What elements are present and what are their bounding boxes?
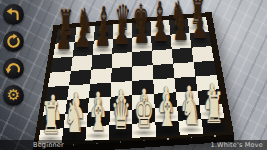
square-b3[interactable] [65, 98, 89, 114]
back-button[interactable] [3, 4, 24, 25]
square-f4[interactable] [153, 78, 176, 94]
chess-app-screen: ♜♞♝♛♚♝♞♜♟♟♟♟♟♟♟♟♟♟♟♟♟♟♟♟♜♞♝♛♚♝♞♜ ⚙ Begin… [0, 0, 267, 150]
square-h4[interactable] [196, 75, 220, 91]
square-g2[interactable] [177, 105, 201, 121]
settings-button[interactable]: ⚙ [3, 85, 24, 106]
square-g3[interactable] [176, 91, 200, 107]
chess-board-3d [0, 0, 267, 150]
square-d2[interactable] [109, 110, 132, 126]
square-a6[interactable] [50, 57, 72, 73]
return-arrow-icon [3, 4, 24, 25]
square-e8[interactable] [132, 22, 151, 38]
square-d5[interactable] [111, 67, 132, 83]
difficulty-label: Beginner [33, 141, 64, 149]
square-g1[interactable] [178, 119, 203, 135]
square-a4[interactable] [45, 86, 69, 102]
rim-reflection-dot [191, 137, 193, 139]
square-c8[interactable] [94, 25, 114, 41]
status-bar: Beginner 1.White's Move [0, 140, 267, 150]
square-h1[interactable] [201, 118, 227, 134]
square-a2[interactable] [41, 114, 66, 130]
square-f5[interactable] [153, 64, 175, 80]
square-g8[interactable] [169, 19, 190, 35]
square-f8[interactable] [151, 20, 171, 36]
square-c7[interactable] [93, 39, 113, 55]
square-a5[interactable] [48, 71, 71, 87]
square-e4[interactable] [132, 80, 154, 96]
square-b8[interactable] [75, 26, 95, 42]
square-b5[interactable] [69, 70, 91, 86]
undo-arrow-icon [3, 58, 24, 79]
square-h6[interactable] [192, 46, 215, 62]
square-f1[interactable] [155, 121, 179, 137]
square-g4[interactable] [174, 77, 197, 93]
square-b6[interactable] [71, 55, 93, 71]
square-f6[interactable] [152, 49, 173, 65]
square-e1[interactable] [132, 122, 156, 138]
square-c4[interactable] [89, 83, 111, 99]
square-h3[interactable] [198, 89, 222, 105]
square-c2[interactable] [87, 111, 111, 127]
square-f2[interactable] [155, 107, 179, 123]
square-h7[interactable] [190, 32, 212, 48]
square-e7[interactable] [132, 36, 152, 52]
square-a3[interactable] [43, 100, 67, 116]
square-a8[interactable] [56, 28, 77, 44]
square-c5[interactable] [90, 68, 112, 84]
square-f7[interactable] [151, 35, 172, 51]
gear-icon: ⚙ [7, 85, 20, 106]
square-g6[interactable] [172, 48, 194, 64]
square-h8[interactable] [188, 17, 209, 33]
square-d8[interactable] [113, 23, 132, 39]
rim-reflection-dot [214, 135, 216, 137]
square-d1[interactable] [109, 124, 133, 140]
square-e3[interactable] [132, 94, 154, 110]
undo-button[interactable] [3, 58, 24, 79]
square-d6[interactable] [112, 52, 133, 68]
square-d7[interactable] [112, 38, 132, 54]
square-d4[interactable] [111, 81, 133, 97]
square-b4[interactable] [67, 84, 90, 100]
square-c6[interactable] [91, 54, 112, 70]
square-d3[interactable] [110, 95, 132, 111]
square-f3[interactable] [154, 92, 177, 108]
square-b7[interactable] [73, 41, 94, 57]
square-e5[interactable] [132, 65, 153, 81]
square-g5[interactable] [173, 62, 195, 78]
square-h5[interactable] [194, 61, 217, 77]
new-game-button[interactable] [3, 31, 24, 52]
square-e6[interactable] [132, 51, 153, 67]
rotate-arrow-icon [3, 31, 24, 52]
square-c3[interactable] [88, 97, 111, 113]
square-h2[interactable] [200, 104, 225, 120]
square-g7[interactable] [170, 33, 191, 49]
square-e2[interactable] [132, 108, 155, 124]
square-a7[interactable] [53, 42, 75, 58]
square-c1[interactable] [85, 125, 109, 141]
square-b2[interactable] [64, 113, 88, 129]
move-status-label: 1.White's Move [210, 141, 263, 149]
